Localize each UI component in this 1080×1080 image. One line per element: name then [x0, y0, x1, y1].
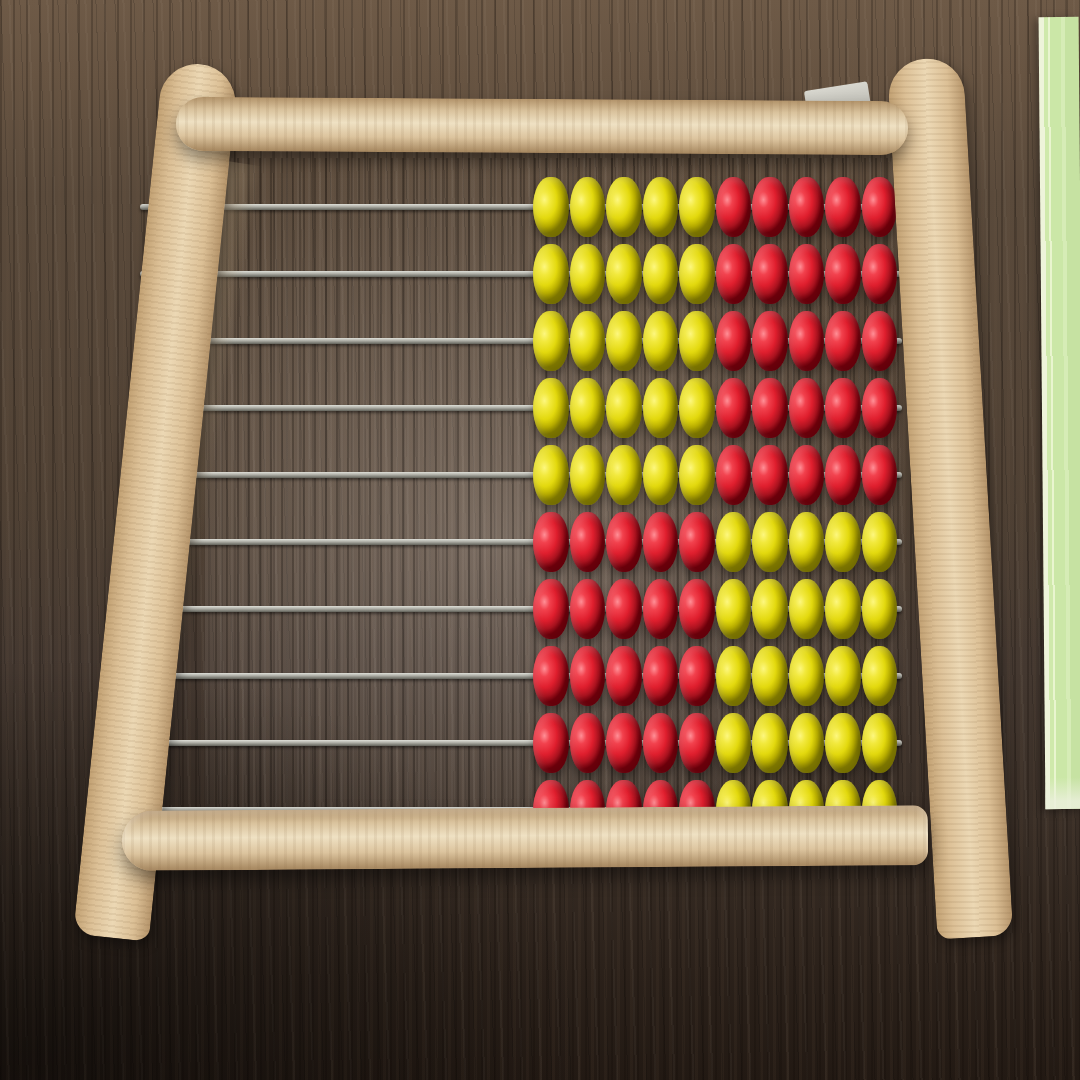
bead-red[interactable]: [606, 646, 642, 706]
bead-yellow[interactable]: [789, 646, 825, 706]
bead-yellow[interactable]: [679, 445, 715, 505]
bead-red[interactable]: [679, 646, 715, 706]
bead-red[interactable]: [570, 512, 606, 572]
bead-yellow[interactable]: [606, 311, 642, 371]
bead-row: [533, 579, 897, 639]
bead-yellow[interactable]: [716, 512, 752, 572]
bead-red[interactable]: [789, 244, 825, 304]
bead-yellow[interactable]: [533, 378, 569, 438]
bead-red[interactable]: [825, 378, 861, 438]
bead-row: [533, 177, 897, 237]
bead-yellow[interactable]: [570, 445, 606, 505]
green-booklet: [1039, 17, 1080, 809]
bead-yellow[interactable]: [570, 378, 606, 438]
bead-row: [533, 244, 897, 304]
bead-red[interactable]: [570, 713, 606, 773]
bead-yellow[interactable]: [570, 311, 606, 371]
bead-yellow[interactable]: [716, 579, 752, 639]
bead-red[interactable]: [716, 244, 752, 304]
bead-row: [533, 646, 897, 706]
bead-red[interactable]: [789, 311, 825, 371]
bead-yellow[interactable]: [643, 311, 679, 371]
bead-yellow[interactable]: [679, 311, 715, 371]
bead-yellow[interactable]: [570, 244, 606, 304]
bead-row: [533, 713, 897, 773]
bead-row: [533, 378, 897, 438]
bead-red[interactable]: [679, 713, 715, 773]
bead-red[interactable]: [533, 713, 569, 773]
bead-red[interactable]: [570, 579, 606, 639]
bead-red[interactable]: [643, 713, 679, 773]
bead-red[interactable]: [533, 579, 569, 639]
bead-red[interactable]: [716, 177, 752, 237]
frame-top-rail: [176, 97, 908, 155]
bead-red[interactable]: [862, 311, 898, 371]
bead-yellow[interactable]: [606, 378, 642, 438]
bead-yellow[interactable]: [643, 244, 679, 304]
bead-yellow[interactable]: [752, 512, 788, 572]
bead-red[interactable]: [825, 177, 861, 237]
bead-yellow[interactable]: [825, 713, 861, 773]
bead-yellow[interactable]: [606, 177, 642, 237]
bead-yellow[interactable]: [862, 713, 898, 773]
bead-yellow[interactable]: [679, 177, 715, 237]
bead-red[interactable]: [679, 579, 715, 639]
bead-red[interactable]: [752, 445, 788, 505]
bead-red[interactable]: [752, 177, 788, 237]
bead-yellow[interactable]: [533, 177, 569, 237]
bead-yellow[interactable]: [862, 512, 898, 572]
bead-yellow[interactable]: [679, 244, 715, 304]
bead-row: [533, 512, 897, 572]
bead-yellow[interactable]: [679, 378, 715, 438]
bead-red[interactable]: [716, 445, 752, 505]
bead-yellow[interactable]: [533, 311, 569, 371]
bead-red[interactable]: [862, 445, 898, 505]
bead-row: [533, 311, 897, 371]
bead-red[interactable]: [643, 646, 679, 706]
bead-red[interactable]: [606, 713, 642, 773]
bead-red[interactable]: [825, 445, 861, 505]
bead-yellow[interactable]: [606, 244, 642, 304]
bead-red[interactable]: [533, 646, 569, 706]
bead-red[interactable]: [862, 378, 898, 438]
bead-yellow[interactable]: [752, 579, 788, 639]
bead-yellow[interactable]: [825, 579, 861, 639]
bead-red[interactable]: [570, 646, 606, 706]
bead-red[interactable]: [679, 512, 715, 572]
bead-yellow[interactable]: [789, 579, 825, 639]
bead-yellow[interactable]: [752, 713, 788, 773]
bead-yellow[interactable]: [789, 713, 825, 773]
bead-red[interactable]: [789, 445, 825, 505]
bead-red[interactable]: [643, 512, 679, 572]
bead-yellow[interactable]: [716, 646, 752, 706]
bead-red[interactable]: [752, 244, 788, 304]
bead-red[interactable]: [606, 579, 642, 639]
bead-yellow[interactable]: [862, 579, 898, 639]
bead-yellow[interactable]: [825, 646, 861, 706]
bead-yellow[interactable]: [716, 713, 752, 773]
bead-row: [533, 445, 897, 505]
bead-red[interactable]: [752, 378, 788, 438]
bead-yellow[interactable]: [752, 646, 788, 706]
bead-yellow[interactable]: [533, 244, 569, 304]
frame-bottom-rail: [122, 805, 928, 871]
bead-red[interactable]: [825, 244, 861, 304]
bead-yellow[interactable]: [643, 378, 679, 438]
bead-yellow[interactable]: [643, 445, 679, 505]
bead-yellow[interactable]: [643, 177, 679, 237]
bead-red[interactable]: [533, 512, 569, 572]
bead-red[interactable]: [716, 311, 752, 371]
bead-red[interactable]: [752, 311, 788, 371]
bead-yellow[interactable]: [862, 646, 898, 706]
bead-red[interactable]: [643, 579, 679, 639]
bead-yellow[interactable]: [825, 512, 861, 572]
bead-yellow[interactable]: [606, 445, 642, 505]
bead-red[interactable]: [789, 177, 825, 237]
bead-red[interactable]: [825, 311, 861, 371]
bead-red[interactable]: [789, 378, 825, 438]
bead-yellow[interactable]: [789, 512, 825, 572]
bead-yellow[interactable]: [570, 177, 606, 237]
bead-yellow[interactable]: [533, 445, 569, 505]
bead-red[interactable]: [862, 244, 898, 304]
bead-red[interactable]: [716, 378, 752, 438]
bead-red[interactable]: [606, 512, 642, 572]
abacus-photo-scene: [0, 0, 1080, 1080]
